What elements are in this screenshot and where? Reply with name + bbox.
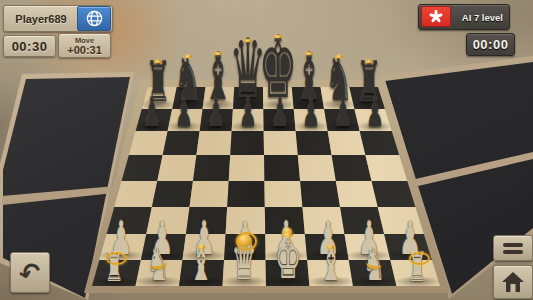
- piece-black-pawn-f7[interactable]: ♟: [302, 92, 320, 132]
- gold-accent: [236, 232, 257, 251]
- black-clock-value: 00:00: [473, 37, 509, 52]
- gold-accent: [154, 60, 162, 63]
- globe-button[interactable]: [77, 6, 111, 31]
- white-clock-value: 00:30: [12, 39, 48, 54]
- piece-black-pawn-b7[interactable]: ♟: [175, 92, 193, 132]
- piece-black-pawn-e7[interactable]: ♟: [271, 92, 289, 132]
- menu-button[interactable]: [493, 235, 533, 261]
- gold-accent: [409, 252, 430, 265]
- piece-white-king-e1[interactable]: ♚: [274, 233, 301, 287]
- gold-accent: [106, 252, 127, 265]
- black-clock: 00:00: [466, 33, 515, 56]
- black-player-name: AI 7 level: [462, 5, 503, 29]
- piece-black-pawn-c7[interactable]: ♟: [207, 92, 225, 132]
- piece-black-pawn-a7[interactable]: ♟: [143, 92, 161, 132]
- menu-icon: [503, 243, 523, 247]
- gold-accent: [214, 52, 222, 55]
- gold-accent: [365, 60, 373, 63]
- gold-accent: [305, 52, 313, 55]
- home-button[interactable]: [493, 265, 533, 299]
- piece-black-pawn-d7[interactable]: ♟: [239, 92, 257, 132]
- globe-icon: [85, 9, 104, 28]
- piece-black-pawn-g7[interactable]: ♟: [334, 92, 352, 132]
- white-player-name: Player689: [4, 6, 78, 31]
- white-clock: 00:30: [3, 35, 56, 57]
- gold-accent: [244, 39, 252, 42]
- gold-accent: [327, 245, 334, 249]
- piece-black-pawn-h7[interactable]: ♟: [366, 92, 384, 132]
- home-icon: [501, 271, 525, 293]
- undo-arrow-icon: ↶: [16, 257, 43, 288]
- undo-button[interactable]: ↶: [10, 252, 50, 293]
- gold-accent: [198, 245, 205, 249]
- move-timer-value: +00:31: [59, 45, 110, 56]
- game-scene: ♜♞♝♛♚♝♞♜♟♟♟♟♟♟♟♟♟♟♟♟♟♟♟♟♜♞♝♛♚♝♞♜ Player6…: [0, 0, 533, 300]
- hong-kong-flag-icon: [421, 6, 451, 27]
- move-timer-box: Move +00:31: [58, 33, 111, 58]
